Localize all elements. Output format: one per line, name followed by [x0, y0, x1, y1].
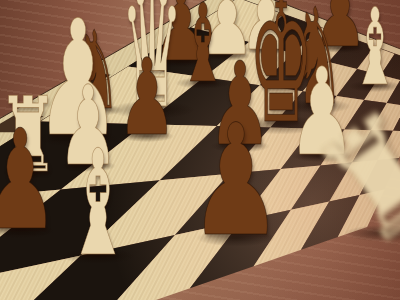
piece-dark-pawn-d2[interactable]: ♟: [189, 104, 283, 258]
piece-light-bishop-c2[interactable]: ♝: [65, 130, 130, 276]
table-background: ♟♟♟♟♛♝♚♞♝♞♟♟♟♟♜♟♟♝♟♜: [0, 0, 400, 300]
piece-dark-pawn-a2[interactable]: ♟: [0, 112, 58, 250]
